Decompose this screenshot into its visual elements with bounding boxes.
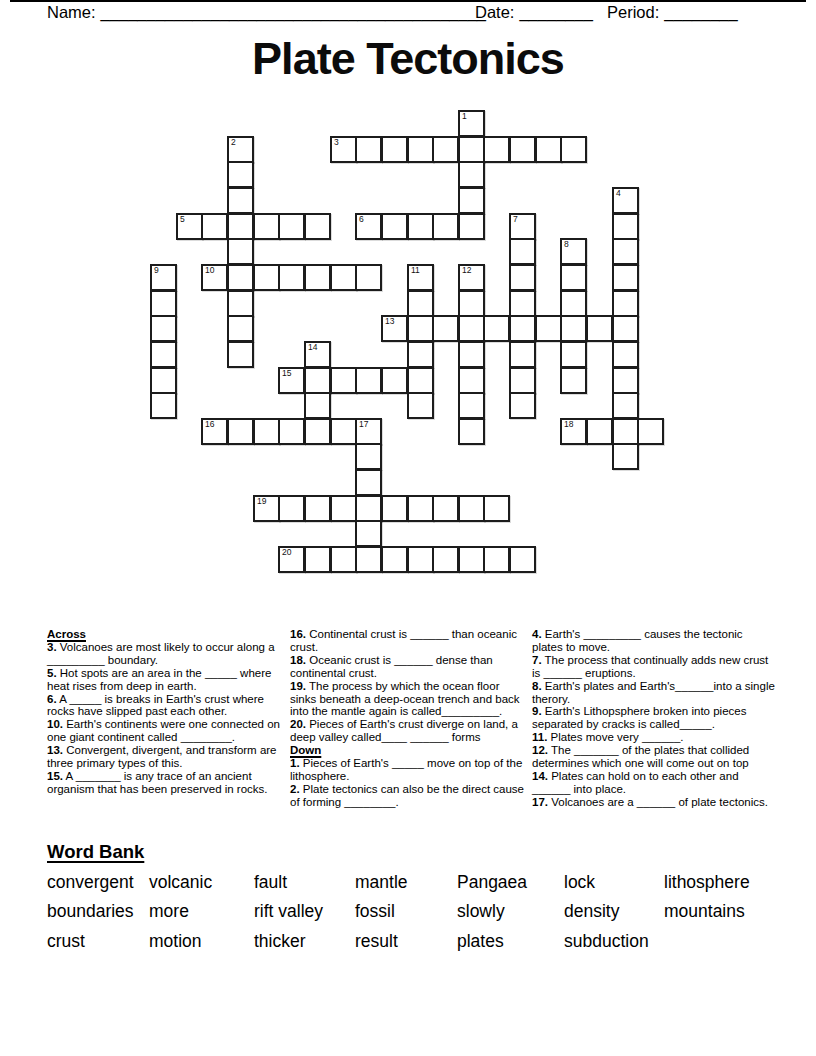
word-bank-word: fossil	[355, 901, 457, 922]
grid-cell[interactable]	[432, 213, 459, 240]
clue-number: 19	[257, 497, 266, 506]
word-bank-word: slowly	[457, 901, 564, 922]
grid-cell[interactable]	[612, 392, 639, 419]
word-bank-word: subduction	[564, 931, 664, 952]
clue-item: 6. A _____ is breaks in Earth's crust wh…	[47, 693, 283, 719]
grid-cell[interactable]	[150, 341, 177, 368]
clue-number: 4	[616, 189, 621, 198]
grid-cell[interactable]	[509, 367, 536, 394]
clue-item-number: 12.	[532, 744, 548, 756]
grid-cell[interactable]	[458, 392, 485, 419]
period-field: Period:________	[607, 3, 738, 22]
grid-cell[interactable]	[509, 392, 536, 419]
clue-item-number: 7.	[532, 654, 542, 666]
clue-item: 15. A _______ is any trace of an ancient…	[47, 770, 283, 796]
grid-cell[interactable]	[381, 546, 408, 573]
grid-cell[interactable]	[612, 213, 639, 240]
grid-cell[interactable]	[150, 290, 177, 317]
grid-cell[interactable]	[483, 136, 510, 163]
grid-cell[interactable]	[407, 290, 434, 317]
grid-cell[interactable]	[381, 213, 408, 240]
word-bank-header: Word Bank	[47, 841, 144, 863]
grid-cell[interactable]	[432, 136, 459, 163]
grid-cell[interactable]	[304, 213, 331, 240]
grid-cell[interactable]	[458, 161, 485, 188]
grid-cell[interactable]	[432, 546, 459, 573]
grid-cell[interactable]	[535, 136, 562, 163]
word-bank-word: lock	[564, 872, 664, 893]
clue-number: 5	[180, 215, 185, 224]
grid-cell[interactable]	[458, 546, 485, 573]
grid-cell[interactable]	[612, 290, 639, 317]
grid-cell[interactable]	[432, 315, 459, 342]
clue-item: 10. Earth's continents were one connecte…	[47, 718, 283, 744]
grid-cell[interactable]	[458, 341, 485, 368]
clue-column-2: 16. Continental crust is ______ than oce…	[290, 628, 526, 809]
grid-cell[interactable]	[612, 418, 639, 445]
clue-item-number: 3.	[47, 641, 57, 653]
date-field: Date:________	[475, 3, 593, 22]
top-border-rule	[10, 0, 806, 2]
clue-item-number: 6.	[47, 693, 57, 705]
clue-column-1: Across 3. Volcanoes are most likely to o…	[47, 628, 283, 796]
grid-cell[interactable]	[407, 136, 434, 163]
page-title: Plate Tectonics	[0, 33, 816, 85]
clue-item: 14. Plates can hold on to each other and…	[532, 770, 775, 796]
word-bank-word: rift valley	[254, 901, 355, 922]
clue-item: 9. Earth's Lithopsphere broken into piec…	[532, 705, 775, 731]
grid-cell[interactable]	[612, 367, 639, 394]
clue-item-number: 18.	[290, 654, 306, 666]
clue-item-number: 11.	[532, 731, 547, 743]
grid-cell[interactable]	[612, 238, 639, 265]
word-bank-word: plates	[457, 931, 564, 952]
grid-cell[interactable]	[458, 495, 485, 522]
grid-cell[interactable]	[407, 341, 434, 368]
clue-item: 5. Hot spots are an area in the _____ wh…	[47, 667, 283, 693]
grid-cell[interactable]	[227, 238, 254, 265]
grid-cell[interactable]	[355, 520, 382, 547]
grid-cell[interactable]: 12	[458, 264, 485, 291]
grid-cell[interactable]	[150, 392, 177, 419]
grid-cell[interactable]	[458, 315, 485, 342]
grid-cell[interactable]: 13	[381, 315, 408, 342]
clue-number: 15	[282, 369, 291, 378]
clue-item-number: 4.	[532, 628, 542, 640]
crossword-grid: 1234567891011121314151617181920	[150, 110, 695, 585]
word-bank-word: crust	[47, 931, 149, 952]
grid-cell[interactable]	[150, 315, 177, 342]
grid-cell[interactable]	[227, 187, 254, 214]
clue-number: 8	[564, 240, 569, 249]
worksheet-page: Name:___________________________________…	[0, 0, 816, 1056]
clue-item: 8. Earth's plates and Earth's______into …	[532, 680, 775, 706]
grid-cell[interactable]	[304, 546, 331, 573]
clue-number: 18	[564, 420, 573, 429]
grid-cell[interactable]	[458, 213, 485, 240]
clue-item: 13. Convergent, divergent, and transform…	[47, 744, 283, 770]
grid-cell[interactable]	[407, 213, 434, 240]
clue-item: 17. Volcanoes are a ______ of plate tect…	[532, 796, 775, 809]
grid-cell[interactable]	[612, 264, 639, 291]
grid-cell[interactable]	[201, 213, 228, 240]
clue-column-3: 4. Earth's _________ causes the tectonic…	[532, 628, 775, 809]
clue-item-number: 9.	[532, 705, 542, 717]
period-label: Period:	[607, 3, 659, 21]
grid-cell[interactable]	[509, 238, 536, 265]
grid-cell[interactable]: 8	[560, 238, 587, 265]
word-bank-word: density	[564, 901, 664, 922]
grid-cell[interactable]	[560, 136, 587, 163]
grid-cell[interactable]: 10	[201, 264, 228, 291]
grid-cell[interactable]: 20	[278, 546, 305, 573]
grid-cell[interactable]	[509, 290, 536, 317]
clue-item: 18. Oceanic crust is ______ dense than c…	[290, 654, 526, 680]
grid-cell[interactable]	[637, 418, 664, 445]
clue-number: 20	[282, 548, 291, 557]
word-bank-word: lithosphere	[664, 872, 780, 893]
grid-cell[interactable]: 18	[560, 418, 587, 445]
word-bank-word: mantle	[355, 872, 457, 893]
grid-cell[interactable]	[560, 290, 587, 317]
grid-cell[interactable]	[407, 392, 434, 419]
grid-cell[interactable]	[432, 495, 459, 522]
grid-cell[interactable]	[458, 418, 485, 445]
grid-cell[interactable]	[560, 341, 587, 368]
grid-cell[interactable]	[586, 418, 613, 445]
word-bank-word: boundaries	[47, 901, 149, 922]
clue-number: 16	[205, 420, 214, 429]
grid-cell[interactable]	[150, 367, 177, 394]
across-clue-list-part2: 16. Continental crust is ______ than oce…	[290, 628, 526, 744]
grid-cell[interactable]	[612, 341, 639, 368]
grid-cell[interactable]	[355, 495, 382, 522]
clue-number: 11	[411, 266, 420, 275]
word-bank-word: result	[355, 931, 457, 952]
clue-item-number: 5.	[47, 667, 57, 679]
clue-item-number: 2.	[290, 783, 300, 795]
grid-cell[interactable]	[304, 495, 331, 522]
grid-cell[interactable]	[227, 341, 254, 368]
grid-cell[interactable]	[586, 315, 613, 342]
clue-item-number: 20.	[290, 718, 306, 730]
grid-cell[interactable]	[304, 392, 331, 419]
down-clue-list-part1: 1. Pieces of Earth's _____ move on top o…	[290, 757, 526, 809]
clue-item: 1. Pieces of Earth's _____ move on top o…	[290, 757, 526, 783]
grid-cell[interactable]: 9	[150, 264, 177, 291]
word-bank-word: fault	[254, 872, 355, 893]
grid-cell[interactable]	[381, 495, 408, 522]
date-label: Date:	[475, 3, 514, 21]
grid-cell[interactable]	[458, 290, 485, 317]
grid-cell[interactable]	[535, 315, 562, 342]
grid-cell[interactable]: 7	[509, 213, 536, 240]
grid-cell[interactable]	[509, 315, 536, 342]
grid-cell[interactable]: 6	[355, 213, 382, 240]
word-bank-word: mountains	[664, 901, 780, 922]
grid-cell[interactable]: 16	[201, 418, 228, 445]
word-bank-word: volcanic	[149, 872, 254, 893]
clue-number: 12	[462, 266, 471, 275]
grid-cell[interactable]	[253, 418, 280, 445]
grid-cell[interactable]: 4	[612, 187, 639, 214]
grid-cell[interactable]	[227, 213, 254, 240]
grid-cell[interactable]	[304, 264, 331, 291]
word-bank-word: convergent	[47, 872, 149, 893]
grid-cell[interactable]	[330, 264, 357, 291]
grid-cell[interactable]	[483, 495, 510, 522]
clue-number: 7	[513, 215, 518, 224]
clue-item: 12. The _______ of the plates that colli…	[532, 744, 775, 770]
clue-number: 17	[359, 420, 368, 429]
word-bank-word: Pangaea	[457, 872, 564, 893]
grid-cell[interactable]	[509, 546, 536, 573]
grid-cell[interactable]	[381, 367, 408, 394]
grid-cell[interactable]	[355, 469, 382, 496]
grid-cell[interactable]	[407, 495, 434, 522]
clue-number: 3	[334, 138, 339, 147]
down-header: Down	[290, 744, 526, 757]
grid-cell[interactable]: 3	[330, 136, 357, 163]
grid-cell[interactable]	[509, 136, 536, 163]
clue-item: 2. Plate tectonics can also be the direc…	[290, 783, 526, 809]
name-blank-line[interactable]: ________________________________________…	[101, 3, 486, 21]
word-bank-word: more	[149, 901, 254, 922]
word-bank-word: thicker	[254, 931, 355, 952]
date-blank-line[interactable]: ________	[519, 3, 592, 21]
grid-cell[interactable]	[355, 546, 382, 573]
grid-cell[interactable]	[509, 264, 536, 291]
clue-item: 11. Plates move very ______.	[532, 731, 775, 744]
clue-item-number: 16.	[290, 628, 306, 640]
clue-item: 3. Volcanoes are most likely to occur al…	[47, 641, 283, 667]
grid-cell[interactable]	[278, 264, 305, 291]
grid-cell[interactable]	[407, 367, 434, 394]
clue-item: 4. Earth's _________ causes the tectonic…	[532, 628, 775, 654]
clue-item: 20. Pieces of Earth's crust diverge on l…	[290, 718, 526, 744]
grid-cell[interactable]	[612, 443, 639, 470]
grid-cell[interactable]	[227, 418, 254, 445]
clue-item-number: 13.	[47, 744, 63, 756]
clue-item-number: 8.	[532, 680, 542, 692]
grid-cell[interactable]	[560, 315, 587, 342]
name-label: Name:	[47, 3, 96, 21]
grid-cell[interactable]	[278, 495, 305, 522]
clue-item-number: 10.	[47, 718, 63, 730]
grid-cell[interactable]: 5	[176, 213, 203, 240]
grid-cell[interactable]	[355, 367, 382, 394]
grid-cell[interactable]	[612, 315, 639, 342]
grid-cell[interactable]	[227, 290, 254, 317]
clue-item: 16. Continental crust is ______ than oce…	[290, 628, 526, 654]
grid-cell[interactable]	[330, 367, 357, 394]
across-clue-list-part1: 3. Volcanoes are most likely to occur al…	[47, 641, 283, 796]
grid-cell[interactable]	[278, 418, 305, 445]
grid-cell[interactable]	[304, 418, 331, 445]
grid-cell[interactable]	[483, 546, 510, 573]
clue-number: 6	[359, 215, 364, 224]
clue-item: 19. The process by which the ocean floor…	[290, 680, 526, 719]
grid-cell[interactable]	[253, 264, 280, 291]
name-field: Name:___________________________________…	[47, 3, 486, 22]
grid-cell[interactable]	[278, 213, 305, 240]
grid-cell[interactable]	[330, 418, 357, 445]
across-header: Across	[47, 628, 283, 641]
grid-cell[interactable]	[330, 495, 357, 522]
grid-cell[interactable]: 2	[227, 136, 254, 163]
clue-number: 9	[154, 266, 159, 275]
grid-cell[interactable]	[355, 443, 382, 470]
grid-cell[interactable]	[304, 367, 331, 394]
grid-cell[interactable]	[227, 161, 254, 188]
clue-item: 7. The process that continually adds new…	[532, 654, 775, 680]
clue-number: 2	[231, 138, 236, 147]
grid-cell[interactable]: 19	[253, 495, 280, 522]
grid-cell[interactable]	[560, 367, 587, 394]
grid-cell[interactable]	[458, 136, 485, 163]
grid-cell[interactable]: 17	[355, 418, 382, 445]
grid-cell[interactable]: 11	[407, 264, 434, 291]
grid-cell[interactable]	[253, 213, 280, 240]
clue-item-number: 15.	[47, 770, 63, 782]
clue-number: 13	[385, 317, 394, 326]
grid-cell[interactable]	[381, 136, 408, 163]
grid-cell[interactable]	[407, 546, 434, 573]
grid-cell[interactable]: 1	[458, 110, 485, 137]
word-bank-word: motion	[149, 931, 254, 952]
clue-number: 14	[308, 343, 317, 352]
grid-cell[interactable]	[355, 136, 382, 163]
grid-cell[interactable]	[227, 264, 254, 291]
clue-item-number: 14.	[532, 770, 548, 782]
clue-number: 1	[462, 112, 467, 121]
word-bank-grid: convergentvolcanicfaultmantlePangaealock…	[47, 872, 780, 960]
period-blank-line[interactable]: ________	[664, 3, 737, 21]
clue-item-number: 1.	[290, 757, 300, 769]
grid-cell[interactable]	[483, 315, 510, 342]
grid-cell[interactable]	[355, 264, 382, 291]
grid-cell[interactable]	[560, 264, 587, 291]
clue-number: 10	[205, 266, 214, 275]
grid-cell[interactable]	[227, 315, 254, 342]
grid-cell[interactable]: 14	[304, 341, 331, 368]
down-clue-list-part2: 4. Earth's _________ causes the tectonic…	[532, 628, 775, 809]
grid-cell[interactable]	[458, 187, 485, 214]
grid-cell[interactable]	[509, 341, 536, 368]
grid-cell[interactable]: 15	[278, 367, 305, 394]
clue-item-number: 17.	[532, 796, 548, 808]
grid-cell[interactable]	[407, 315, 434, 342]
grid-cell[interactable]	[330, 546, 357, 573]
grid-cell[interactable]	[458, 367, 485, 394]
clue-item-number: 19.	[290, 680, 306, 692]
